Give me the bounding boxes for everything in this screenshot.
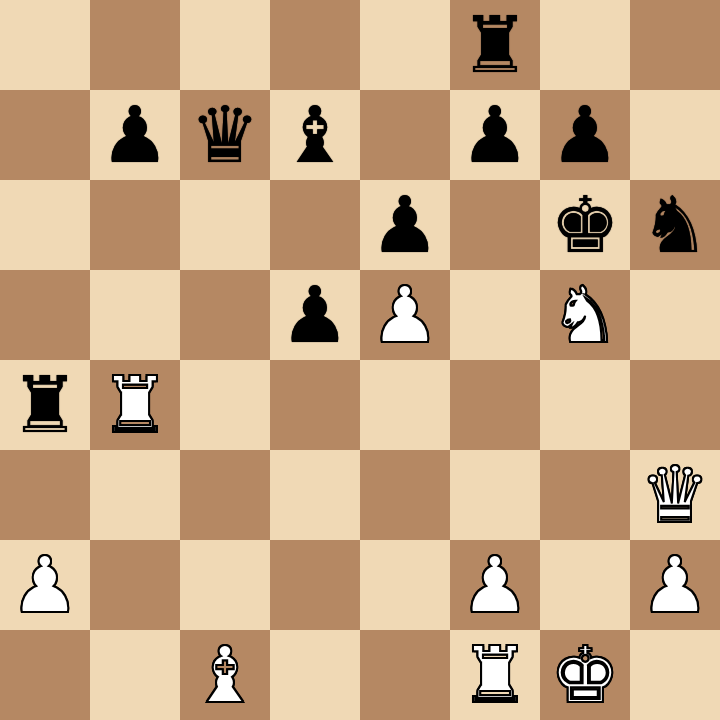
square-g3[interactable] bbox=[540, 450, 630, 540]
square-b2[interactable] bbox=[90, 540, 180, 630]
square-d3[interactable] bbox=[270, 450, 360, 540]
square-c1[interactable]: ♝ bbox=[180, 630, 270, 720]
piece-black-pawn[interactable]: ♟ bbox=[360, 180, 450, 270]
square-d5[interactable]: ♟ bbox=[270, 270, 360, 360]
piece-black-rook[interactable]: ♜ bbox=[0, 360, 90, 450]
square-g6[interactable]: ♚ bbox=[540, 180, 630, 270]
square-e6[interactable]: ♟ bbox=[360, 180, 450, 270]
piece-white-pawn[interactable]: ♟ bbox=[630, 540, 720, 630]
square-f8[interactable]: ♜ bbox=[450, 0, 540, 90]
square-a2[interactable]: ♟ bbox=[0, 540, 90, 630]
square-g5[interactable]: ♞ bbox=[540, 270, 630, 360]
square-a5[interactable] bbox=[0, 270, 90, 360]
square-d8[interactable] bbox=[270, 0, 360, 90]
square-a6[interactable] bbox=[0, 180, 90, 270]
square-g1[interactable]: ♚ bbox=[540, 630, 630, 720]
square-f7[interactable]: ♟ bbox=[450, 90, 540, 180]
square-e2[interactable] bbox=[360, 540, 450, 630]
square-a1[interactable] bbox=[0, 630, 90, 720]
chess-board: ♜♟♛♝♟♟♟♚♞♟♟♞♜♜♛♟♟♟♝♜♚ bbox=[0, 0, 720, 720]
square-h3[interactable]: ♛ bbox=[630, 450, 720, 540]
square-e8[interactable] bbox=[360, 0, 450, 90]
square-a7[interactable] bbox=[0, 90, 90, 180]
square-c8[interactable] bbox=[180, 0, 270, 90]
piece-white-rook[interactable]: ♜ bbox=[450, 630, 540, 720]
square-g8[interactable] bbox=[540, 0, 630, 90]
piece-black-pawn[interactable]: ♟ bbox=[450, 90, 540, 180]
square-b8[interactable] bbox=[90, 0, 180, 90]
square-h2[interactable]: ♟ bbox=[630, 540, 720, 630]
square-b1[interactable] bbox=[90, 630, 180, 720]
square-e5[interactable]: ♟ bbox=[360, 270, 450, 360]
square-c5[interactable] bbox=[180, 270, 270, 360]
piece-black-pawn[interactable]: ♟ bbox=[270, 270, 360, 360]
square-d6[interactable] bbox=[270, 180, 360, 270]
piece-white-pawn[interactable]: ♟ bbox=[450, 540, 540, 630]
square-g2[interactable] bbox=[540, 540, 630, 630]
piece-black-rook[interactable]: ♜ bbox=[450, 0, 540, 90]
square-h7[interactable] bbox=[630, 90, 720, 180]
piece-white-knight[interactable]: ♞ bbox=[540, 270, 630, 360]
square-a8[interactable] bbox=[0, 0, 90, 90]
square-e3[interactable] bbox=[360, 450, 450, 540]
square-f1[interactable]: ♜ bbox=[450, 630, 540, 720]
piece-white-pawn[interactable]: ♟ bbox=[0, 540, 90, 630]
square-f5[interactable] bbox=[450, 270, 540, 360]
square-d2[interactable] bbox=[270, 540, 360, 630]
square-h4[interactable] bbox=[630, 360, 720, 450]
square-a3[interactable] bbox=[0, 450, 90, 540]
piece-black-pawn[interactable]: ♟ bbox=[90, 90, 180, 180]
square-h8[interactable] bbox=[630, 0, 720, 90]
square-d7[interactable]: ♝ bbox=[270, 90, 360, 180]
square-d1[interactable] bbox=[270, 630, 360, 720]
square-e1[interactable] bbox=[360, 630, 450, 720]
square-b5[interactable] bbox=[90, 270, 180, 360]
square-b6[interactable] bbox=[90, 180, 180, 270]
square-f3[interactable] bbox=[450, 450, 540, 540]
piece-black-knight[interactable]: ♞ bbox=[630, 180, 720, 270]
square-c7[interactable]: ♛ bbox=[180, 90, 270, 180]
piece-black-queen[interactable]: ♛ bbox=[180, 90, 270, 180]
square-b4[interactable]: ♜ bbox=[90, 360, 180, 450]
square-f2[interactable]: ♟ bbox=[450, 540, 540, 630]
piece-white-king[interactable]: ♚ bbox=[540, 630, 630, 720]
square-h6[interactable]: ♞ bbox=[630, 180, 720, 270]
square-g7[interactable]: ♟ bbox=[540, 90, 630, 180]
piece-black-king[interactable]: ♚ bbox=[540, 180, 630, 270]
square-g4[interactable] bbox=[540, 360, 630, 450]
square-c2[interactable] bbox=[180, 540, 270, 630]
square-b7[interactable]: ♟ bbox=[90, 90, 180, 180]
square-c4[interactable] bbox=[180, 360, 270, 450]
square-e4[interactable] bbox=[360, 360, 450, 450]
piece-black-pawn[interactable]: ♟ bbox=[540, 90, 630, 180]
square-c6[interactable] bbox=[180, 180, 270, 270]
piece-white-bishop[interactable]: ♝ bbox=[180, 630, 270, 720]
square-f6[interactable] bbox=[450, 180, 540, 270]
square-h5[interactable] bbox=[630, 270, 720, 360]
piece-white-pawn[interactable]: ♟ bbox=[360, 270, 450, 360]
square-a4[interactable]: ♜ bbox=[0, 360, 90, 450]
square-d4[interactable] bbox=[270, 360, 360, 450]
piece-white-rook[interactable]: ♜ bbox=[90, 360, 180, 450]
square-b3[interactable] bbox=[90, 450, 180, 540]
square-f4[interactable] bbox=[450, 360, 540, 450]
square-c3[interactable] bbox=[180, 450, 270, 540]
piece-white-queen[interactable]: ♛ bbox=[630, 450, 720, 540]
square-e7[interactable] bbox=[360, 90, 450, 180]
square-h1[interactable] bbox=[630, 630, 720, 720]
piece-black-bishop[interactable]: ♝ bbox=[270, 90, 360, 180]
